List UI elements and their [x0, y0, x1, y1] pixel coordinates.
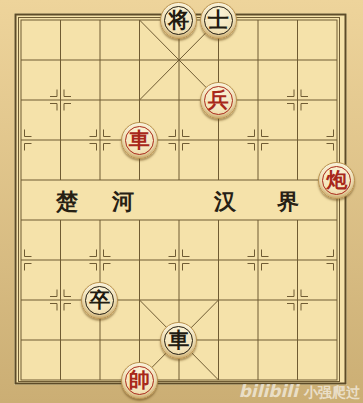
piece-red-general[interactable]: 帥 [121, 362, 158, 399]
piece-glyph: 車 [168, 329, 189, 350]
piece-glyph: 将 [168, 9, 189, 30]
piece-glyph: 車 [129, 129, 150, 150]
piece-glyph: 兵 [208, 89, 229, 110]
pieces-grid: 将士兵車炮卒車帥 [1, 0, 357, 400]
piece-red-chariot[interactable]: 車 [121, 122, 158, 159]
piece-red-cannon[interactable]: 炮 [318, 162, 355, 199]
piece-black-general[interactable]: 将 [160, 2, 197, 39]
piece-black-soldier[interactable]: 卒 [81, 282, 118, 319]
piece-glyph: 帥 [129, 369, 150, 390]
piece-glyph: 炮 [326, 169, 347, 190]
piece-black-chariot[interactable]: 車 [160, 322, 197, 359]
piece-glyph: 士 [208, 9, 229, 30]
xiangqi-app: 楚 河 汉 界 将士兵車炮卒車帥 bilibili 小强爬过 [0, 0, 363, 403]
piece-glyph: 卒 [89, 289, 110, 310]
piece-black-advisor[interactable]: 士 [200, 2, 237, 39]
piece-red-soldier[interactable]: 兵 [200, 82, 237, 119]
